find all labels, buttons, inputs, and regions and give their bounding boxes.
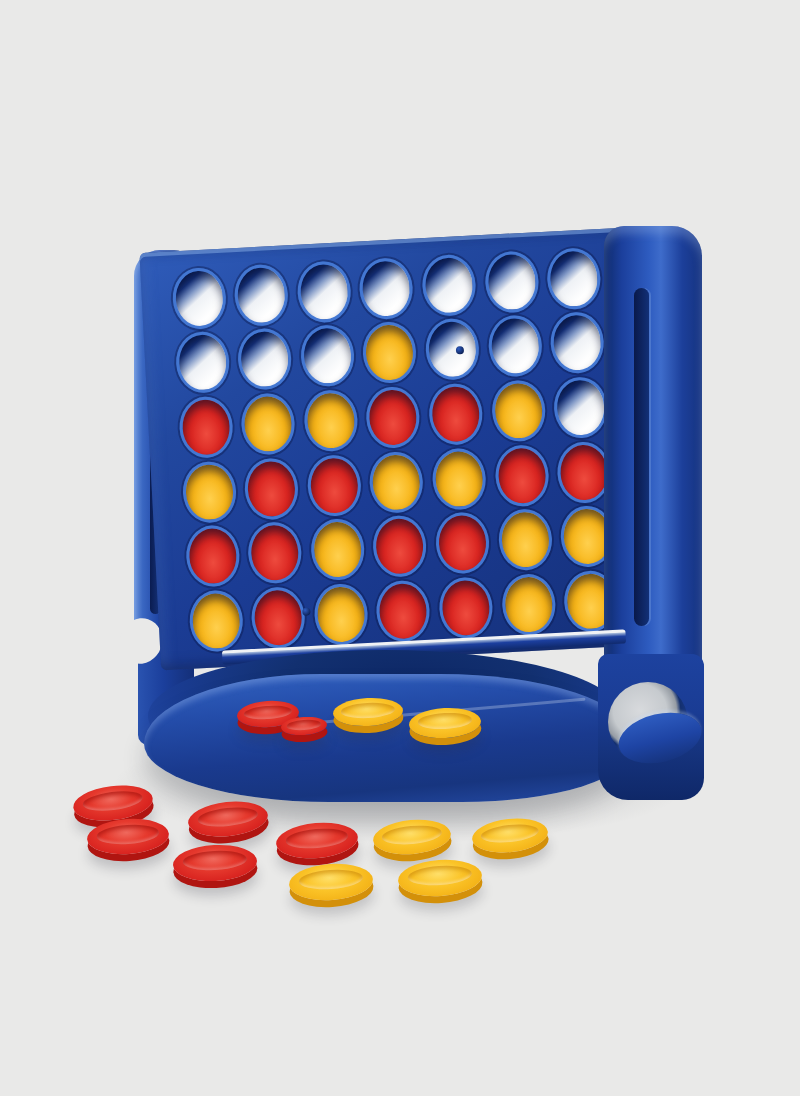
empty-hole: [299, 324, 355, 388]
red-disc-in-grid: [306, 454, 362, 518]
disc-ring: [81, 788, 144, 813]
yellow-disc-in-grid: [313, 583, 369, 647]
red-disc-in-grid: [372, 515, 428, 579]
disc-ring: [417, 712, 472, 730]
yellow-disc-in-grid: [181, 460, 237, 524]
yellow-disc-in-grid: [188, 589, 244, 653]
cell-r5-c3: [305, 516, 371, 584]
cell-r3-c4: [360, 384, 426, 452]
cell-r3-c1: [173, 393, 239, 461]
disc-ring: [382, 824, 443, 847]
red-disc-in-grid: [375, 579, 431, 643]
disc-ring: [341, 702, 395, 719]
disc-ring: [197, 805, 259, 829]
red-disc-in-grid: [494, 444, 550, 508]
red-disc-in-grid: [428, 382, 484, 446]
empty-hole: [553, 376, 609, 440]
red-disc-in-grid: [250, 586, 306, 650]
empty-hole: [234, 263, 290, 327]
cell-r1-c6: [479, 248, 545, 316]
cell-r6-c5: [433, 574, 499, 642]
cell-r1-c4: [354, 255, 420, 323]
disc-ring: [298, 868, 363, 891]
red-disc-loose: [172, 843, 258, 883]
red-disc-in-grid: [247, 521, 303, 585]
cell-r4-c4: [364, 448, 430, 516]
cell-r6-c4: [371, 577, 437, 645]
empty-hole: [174, 331, 230, 395]
cell-r4-c1: [176, 458, 242, 526]
cell-r2-c3: [295, 322, 361, 390]
cell-r2-c2: [232, 326, 298, 394]
disc-ring: [286, 719, 322, 731]
cell-r1-c5: [416, 251, 482, 319]
red-disc-in-grid: [365, 386, 421, 450]
empty-hole: [483, 250, 539, 314]
cell-r1-c2: [229, 261, 295, 329]
product-photo-connect-four: [0, 0, 800, 1096]
red-disc-in-grid: [185, 525, 241, 589]
cell-r3-c3: [298, 387, 364, 455]
board-grid: [166, 245, 624, 655]
yellow-disc-in-grid: [303, 389, 359, 453]
empty-hole: [546, 247, 602, 311]
red-disc-in-grid: [178, 396, 234, 460]
empty-hole: [424, 318, 480, 382]
red-disc-in-grid: [435, 512, 491, 576]
yellow-disc-in-grid: [369, 450, 425, 514]
disc-ring: [96, 823, 159, 846]
disc-ring: [407, 864, 472, 887]
yellow-disc-in-grid: [500, 573, 556, 637]
empty-hole: [487, 315, 543, 379]
cell-r5-c5: [430, 510, 496, 578]
red-disc-loose: [86, 816, 170, 857]
cell-r1-c1: [166, 264, 232, 332]
cell-r4-c2: [239, 455, 305, 523]
right-pillar: [604, 226, 702, 674]
empty-hole: [237, 328, 293, 392]
yellow-disc-loose: [397, 857, 483, 899]
red-disc-in-grid: [438, 576, 494, 640]
cell-r2-c6: [482, 313, 548, 381]
disc-ring: [285, 826, 349, 850]
cell-r4-c5: [426, 445, 492, 513]
yellow-disc-in-grid: [240, 392, 296, 456]
disc-ring: [244, 704, 292, 721]
disc-ring: [480, 821, 539, 844]
cell-r1-c7: [541, 245, 607, 313]
empty-hole: [296, 260, 352, 324]
cell-r2-c5: [420, 316, 486, 384]
cell-r4-c3: [301, 452, 367, 520]
right-pillar-base: [598, 654, 704, 800]
cell-r6-c2: [246, 584, 312, 652]
yellow-disc-in-grid: [362, 321, 418, 385]
empty-hole: [549, 311, 605, 375]
cell-r2-c4: [357, 319, 423, 387]
cell-r5-c4: [367, 513, 433, 581]
disc-ring: [183, 850, 248, 872]
empty-hole: [359, 257, 415, 321]
yellow-disc-in-grid: [431, 447, 487, 511]
cell-r6-c3: [308, 581, 374, 649]
yellow-disc-in-grid: [497, 508, 553, 572]
cell-r1-c3: [291, 258, 357, 326]
yellow-disc-in-grid: [310, 518, 366, 582]
tray-front-rim: [144, 674, 632, 802]
connect-four-board: [139, 228, 646, 671]
cell-r4-c6: [489, 442, 555, 510]
cell-r2-c1: [170, 329, 236, 397]
cell-r5-c2: [242, 519, 308, 587]
cell-r3-c5: [423, 380, 489, 448]
cell-r3-c6: [485, 377, 551, 445]
yellow-disc-loose: [288, 861, 374, 903]
cell-r6-c1: [183, 587, 249, 655]
cell-r5-c6: [492, 506, 558, 574]
yellow-disc-in-grid: [490, 379, 546, 443]
cell-r2-c7: [544, 309, 610, 377]
empty-hole: [171, 266, 227, 330]
cell-r5-c1: [180, 523, 246, 591]
right-pillar-slot: [634, 288, 649, 626]
cell-r3-c2: [235, 390, 301, 458]
empty-hole: [421, 253, 477, 317]
cell-r6-c6: [496, 571, 562, 639]
red-disc-in-grid: [244, 457, 300, 521]
